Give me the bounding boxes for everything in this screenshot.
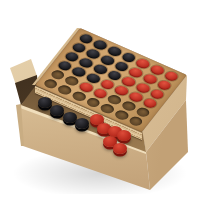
tray-disc-red[interactable] bbox=[117, 130, 131, 141]
tray-disc-black[interactable] bbox=[75, 118, 89, 129]
tray-disc-red[interactable] bbox=[113, 143, 127, 154]
tray-disc-black[interactable] bbox=[38, 97, 52, 108]
empty-hole bbox=[127, 115, 144, 127]
product-photo-connect-four bbox=[0, 0, 200, 200]
tray-disc-black[interactable] bbox=[50, 105, 64, 116]
